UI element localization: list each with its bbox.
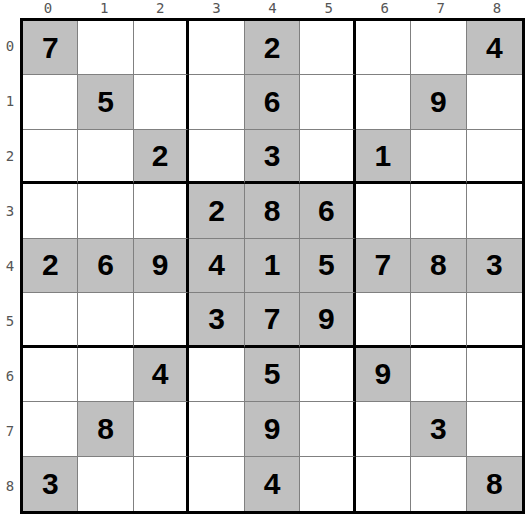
cell-r4c6: 7: [356, 239, 411, 293]
cell-r7c7: 3: [411, 402, 466, 456]
cell-r6c7[interactable]: [411, 348, 466, 402]
cell-r8c2[interactable]: [134, 457, 189, 511]
cell-r2c3[interactable]: [189, 130, 244, 184]
cell-r8c0: 3: [23, 457, 78, 511]
cell-r1c1: 5: [78, 75, 133, 129]
cell-r3c8[interactable]: [467, 184, 522, 238]
cell-r4c5: 5: [300, 239, 355, 293]
col-label-3: 3: [188, 0, 244, 18]
cell-r3c3: 2: [189, 184, 244, 238]
cell-r1c4: 6: [245, 75, 300, 129]
cell-r3c1[interactable]: [78, 184, 133, 238]
row-label-3: 3: [0, 183, 20, 238]
cell-r5c6[interactable]: [356, 293, 411, 347]
row-labels: 0 1 2 3 4 5 6 7 8: [0, 18, 20, 514]
cell-r2c5[interactable]: [300, 130, 355, 184]
row-label-0: 0: [0, 18, 20, 73]
row-label-1: 1: [0, 73, 20, 128]
cell-r5c0[interactable]: [23, 293, 78, 347]
cell-r0c6[interactable]: [356, 21, 411, 75]
cell-r8c8: 8: [467, 457, 522, 511]
cell-r5c8[interactable]: [467, 293, 522, 347]
cell-r4c8: 3: [467, 239, 522, 293]
cell-r4c1: 6: [78, 239, 133, 293]
cell-r1c8[interactable]: [467, 75, 522, 129]
cell-r3c2[interactable]: [134, 184, 189, 238]
cell-r7c0[interactable]: [23, 402, 78, 456]
cell-r5c1[interactable]: [78, 293, 133, 347]
row-label-4: 4: [0, 238, 20, 293]
cell-r7c8[interactable]: [467, 402, 522, 456]
cell-r0c5[interactable]: [300, 21, 355, 75]
col-label-4: 4: [244, 0, 300, 18]
col-label-5: 5: [301, 0, 357, 18]
cell-r4c3: 4: [189, 239, 244, 293]
cell-r2c8[interactable]: [467, 130, 522, 184]
column-labels: 0 1 2 3 4 5 6 7 8: [20, 0, 525, 18]
cell-r2c6: 1: [356, 130, 411, 184]
cell-r8c6[interactable]: [356, 457, 411, 511]
cell-r2c2: 2: [134, 130, 189, 184]
cell-r2c0[interactable]: [23, 130, 78, 184]
cell-r6c2: 4: [134, 348, 189, 402]
cell-r1c5[interactable]: [300, 75, 355, 129]
cell-r0c3[interactable]: [189, 21, 244, 75]
cell-r1c0[interactable]: [23, 75, 78, 129]
row-label-7: 7: [0, 404, 20, 459]
cell-r1c3[interactable]: [189, 75, 244, 129]
cell-r8c7[interactable]: [411, 457, 466, 511]
cell-r3c0[interactable]: [23, 184, 78, 238]
cell-r6c5[interactable]: [300, 348, 355, 402]
col-label-7: 7: [413, 0, 469, 18]
cell-r5c7[interactable]: [411, 293, 466, 347]
col-label-1: 1: [76, 0, 132, 18]
cell-r8c1[interactable]: [78, 457, 133, 511]
cell-r0c8: 4: [467, 21, 522, 75]
cell-r6c0[interactable]: [23, 348, 78, 402]
cell-r7c2[interactable]: [134, 402, 189, 456]
cell-r7c6[interactable]: [356, 402, 411, 456]
cell-r6c8[interactable]: [467, 348, 522, 402]
cell-r6c1[interactable]: [78, 348, 133, 402]
cell-r5c4: 7: [245, 293, 300, 347]
cell-r3c5: 6: [300, 184, 355, 238]
cell-r7c3[interactable]: [189, 402, 244, 456]
cell-r0c7[interactable]: [411, 21, 466, 75]
cell-r8c5[interactable]: [300, 457, 355, 511]
cell-r3c6[interactable]: [356, 184, 411, 238]
cell-r4c7: 8: [411, 239, 466, 293]
cell-r8c3[interactable]: [189, 457, 244, 511]
cell-r6c6: 9: [356, 348, 411, 402]
col-label-2: 2: [132, 0, 188, 18]
cell-r2c7[interactable]: [411, 130, 466, 184]
cell-r1c6[interactable]: [356, 75, 411, 129]
cell-r1c2[interactable]: [134, 75, 189, 129]
col-label-8: 8: [469, 0, 525, 18]
cell-r8c4: 4: [245, 457, 300, 511]
cell-r4c4: 1: [245, 239, 300, 293]
cell-r7c5[interactable]: [300, 402, 355, 456]
cell-r5c2[interactable]: [134, 293, 189, 347]
col-label-6: 6: [357, 0, 413, 18]
cell-r6c4: 5: [245, 348, 300, 402]
cell-r4c2: 9: [134, 239, 189, 293]
cell-r7c4: 9: [245, 402, 300, 456]
cell-r3c4: 8: [245, 184, 300, 238]
cell-r2c4: 3: [245, 130, 300, 184]
cell-r7c1: 8: [78, 402, 133, 456]
cell-r0c0: 7: [23, 21, 78, 75]
cell-r2c1[interactable]: [78, 130, 133, 184]
cell-r0c4: 2: [245, 21, 300, 75]
cell-r6c3[interactable]: [189, 348, 244, 402]
cell-r5c5: 9: [300, 293, 355, 347]
cell-r1c7: 9: [411, 75, 466, 129]
row-label-6: 6: [0, 349, 20, 404]
col-label-0: 0: [20, 0, 76, 18]
cell-r5c3: 3: [189, 293, 244, 347]
row-label-8: 8: [0, 459, 20, 514]
cell-r0c1[interactable]: [78, 21, 133, 75]
cell-r0c2[interactable]: [134, 21, 189, 75]
cell-r3c7[interactable]: [411, 184, 466, 238]
row-label-5: 5: [0, 294, 20, 349]
cell-r4c0: 2: [23, 239, 78, 293]
row-label-2: 2: [0, 128, 20, 183]
sudoku-board: 724569231286269415783379459893348: [20, 18, 525, 514]
